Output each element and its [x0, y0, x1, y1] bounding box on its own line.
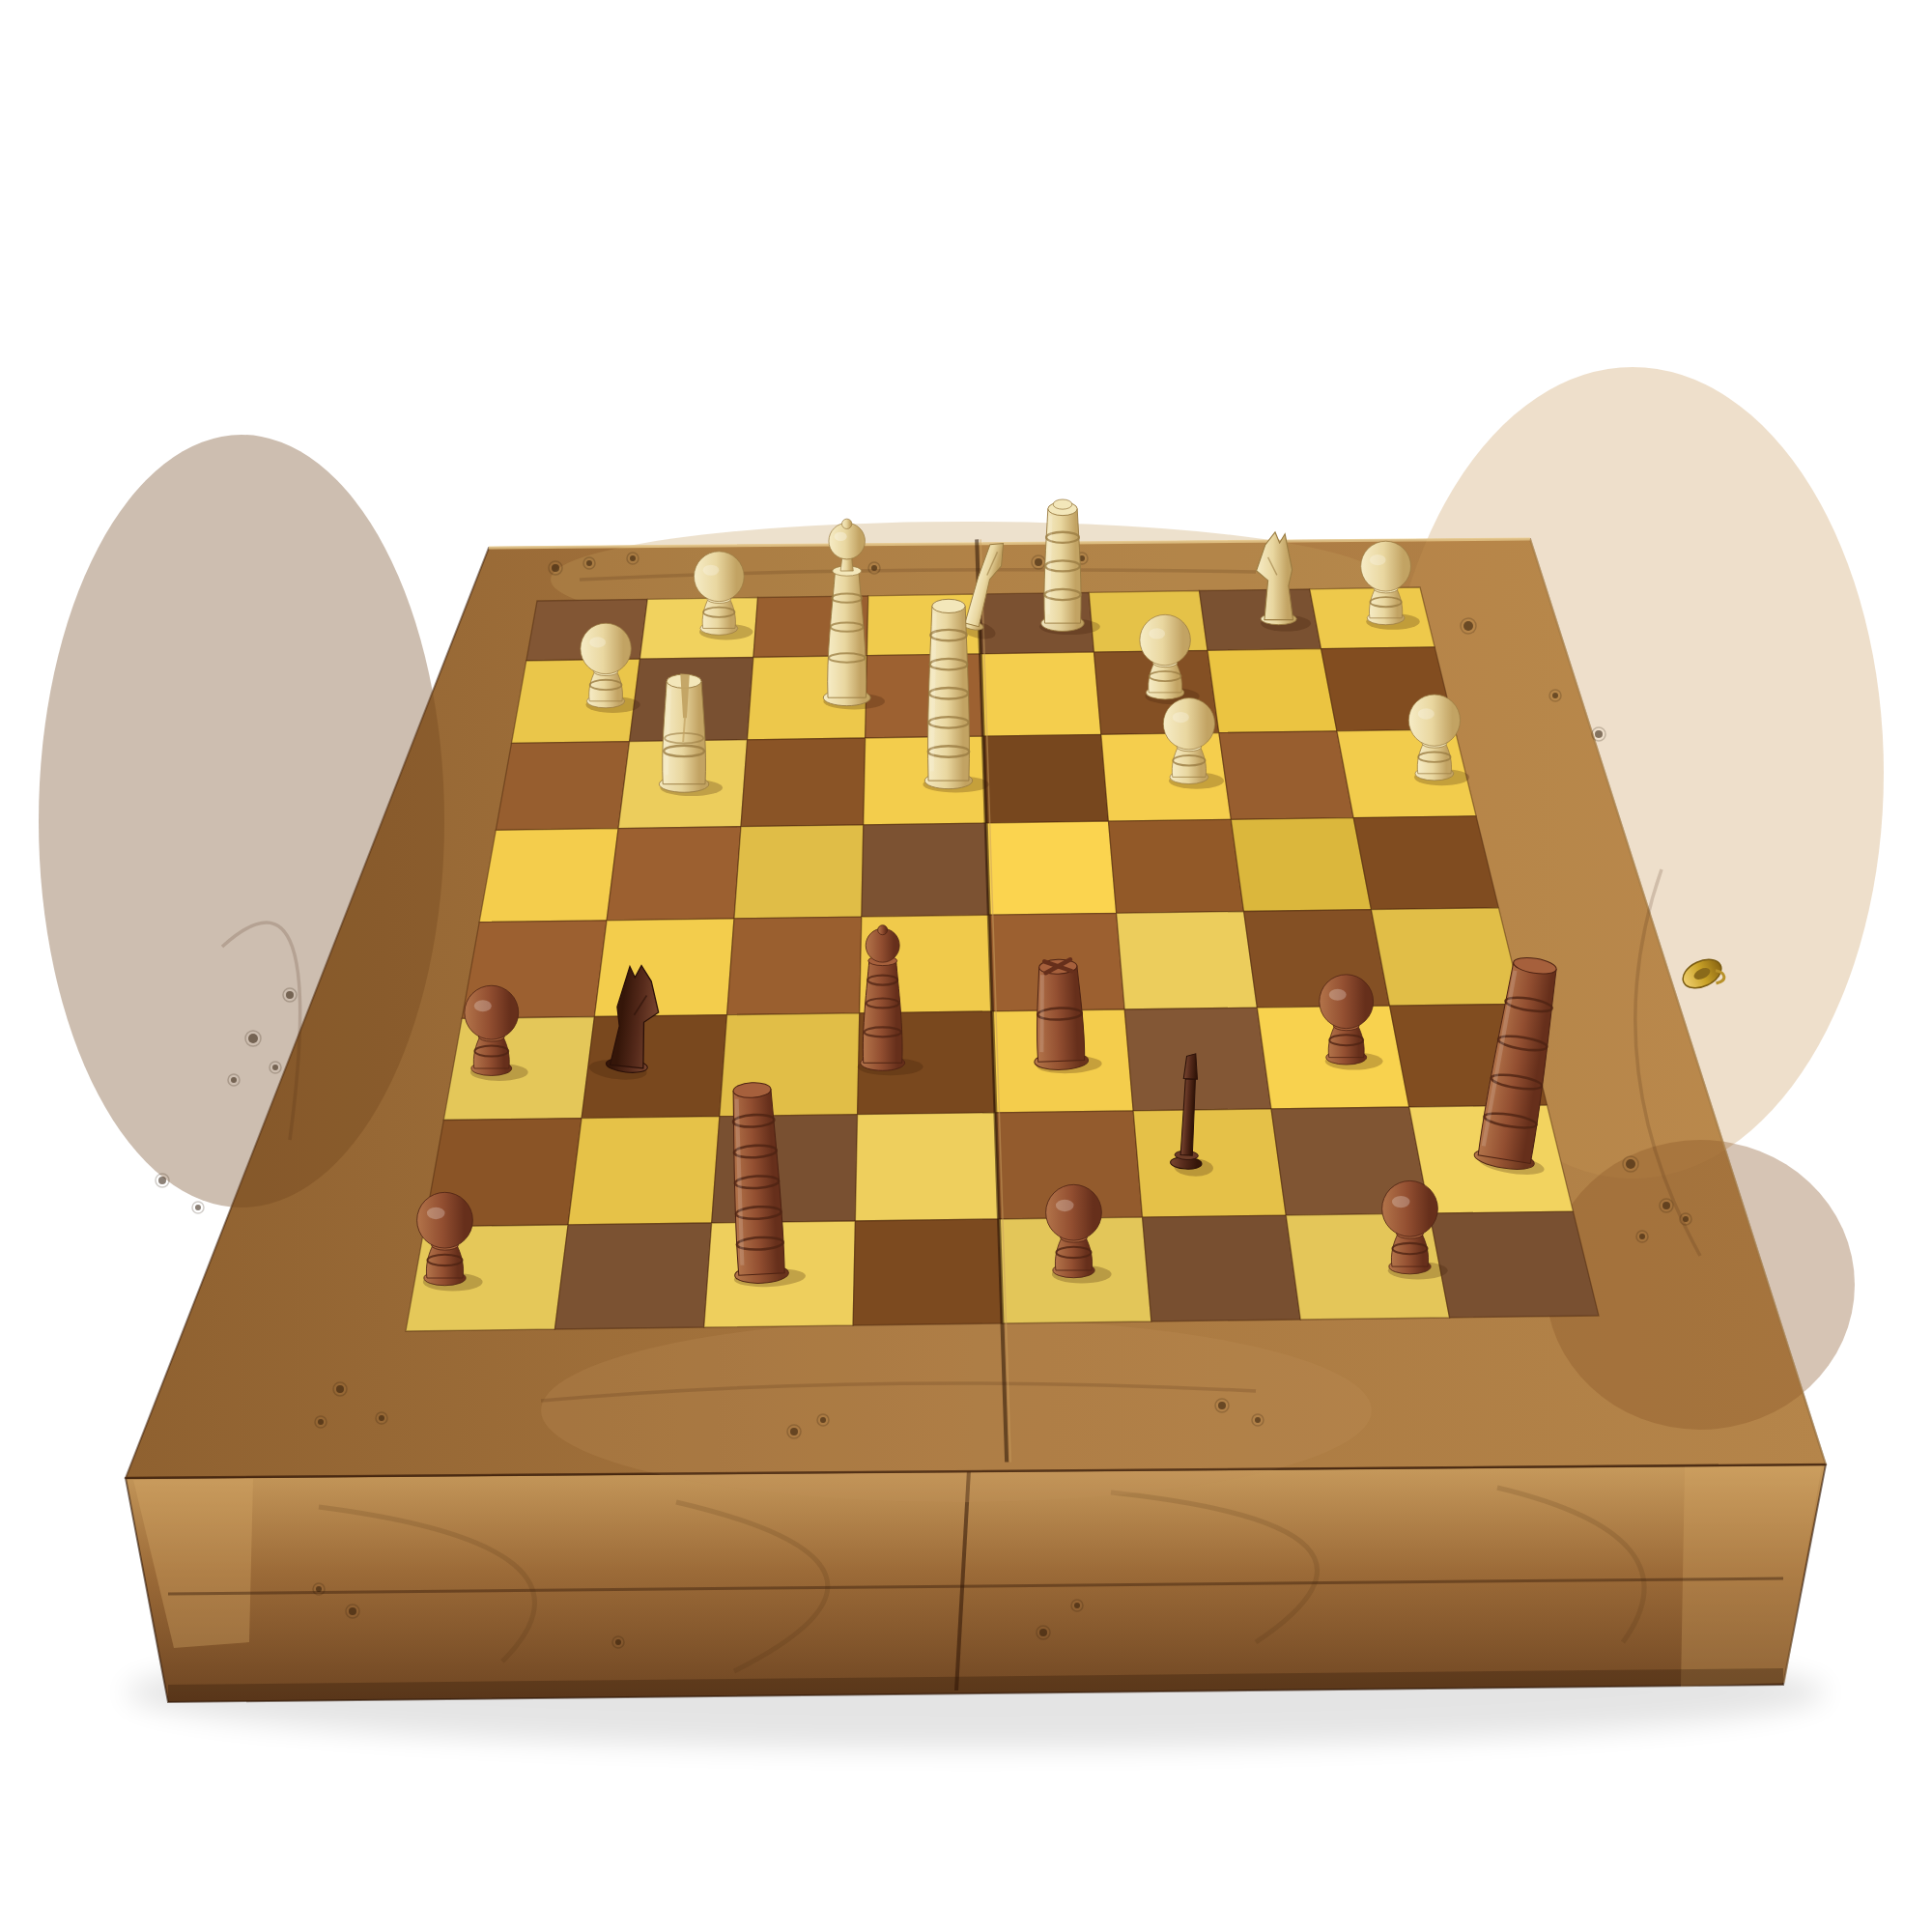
square-e7[interactable] — [980, 652, 1101, 736]
square-d5[interactable] — [862, 823, 989, 917]
chess-scene — [0, 0, 1932, 1932]
square-f5[interactable] — [1109, 819, 1244, 913]
square-h1[interactable] — [1430, 1211, 1599, 1318]
square-a5[interactable] — [479, 829, 618, 923]
square-c6[interactable] — [741, 738, 866, 827]
square-f1[interactable] — [1143, 1215, 1301, 1321]
square-e6[interactable] — [983, 734, 1109, 823]
square-g7[interactable] — [1207, 649, 1337, 733]
square-h5[interactable] — [1353, 816, 1498, 910]
chessboard-product-photo — [0, 0, 1932, 1932]
square-c5[interactable] — [734, 825, 864, 919]
square-g6[interactable] — [1219, 731, 1353, 820]
square-b5[interactable] — [607, 827, 741, 921]
square-g5[interactable] — [1231, 818, 1371, 912]
square-d1[interactable] — [853, 1219, 1002, 1325]
square-b4[interactable] — [594, 919, 734, 1017]
square-h4[interactable] — [1372, 908, 1522, 1006]
square-b2[interactable] — [568, 1117, 720, 1225]
square-a6[interactable] — [496, 742, 629, 831]
square-f3[interactable] — [1124, 1008, 1271, 1111]
square-e5[interactable] — [986, 821, 1117, 915]
square-c4[interactable] — [727, 917, 862, 1015]
square-b1[interactable] — [554, 1223, 711, 1329]
square-f4[interactable] — [1117, 912, 1258, 1010]
square-d2[interactable] — [855, 1113, 999, 1221]
